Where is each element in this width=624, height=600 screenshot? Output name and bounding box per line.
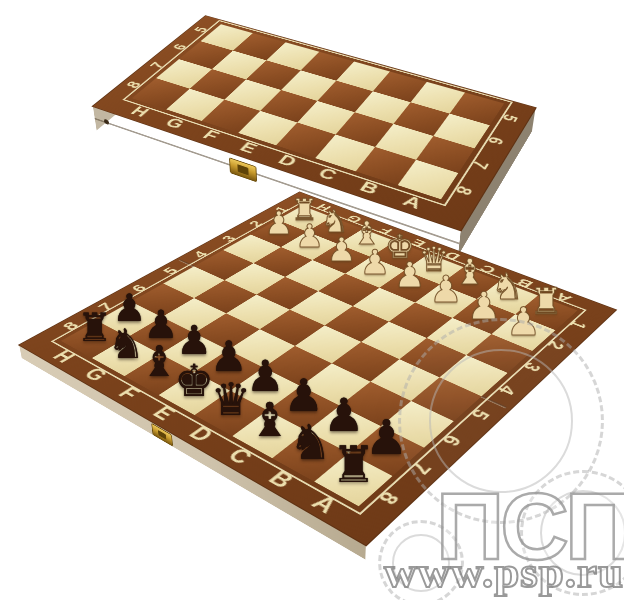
open-board-surface: HGFEDCBAHGFEDCBA1234567812345678 <box>19 192 616 545</box>
keyhole-dot <box>104 119 110 125</box>
open-chess-board: HGFEDCBAHGFEDCBA1234567812345678 <box>19 192 616 545</box>
gear-icon <box>378 520 464 600</box>
watermark-logo: ПСП <box>436 472 624 581</box>
watermark-url: www.psp.ru <box>384 546 624 598</box>
closed-box-right-edge <box>458 108 536 257</box>
product-photo: HGFEDCBA56785678 HGFEDCBAHGFEDCBA1234567… <box>0 0 624 600</box>
gear-icon <box>520 470 624 596</box>
brass-clasp-icon <box>229 157 257 182</box>
